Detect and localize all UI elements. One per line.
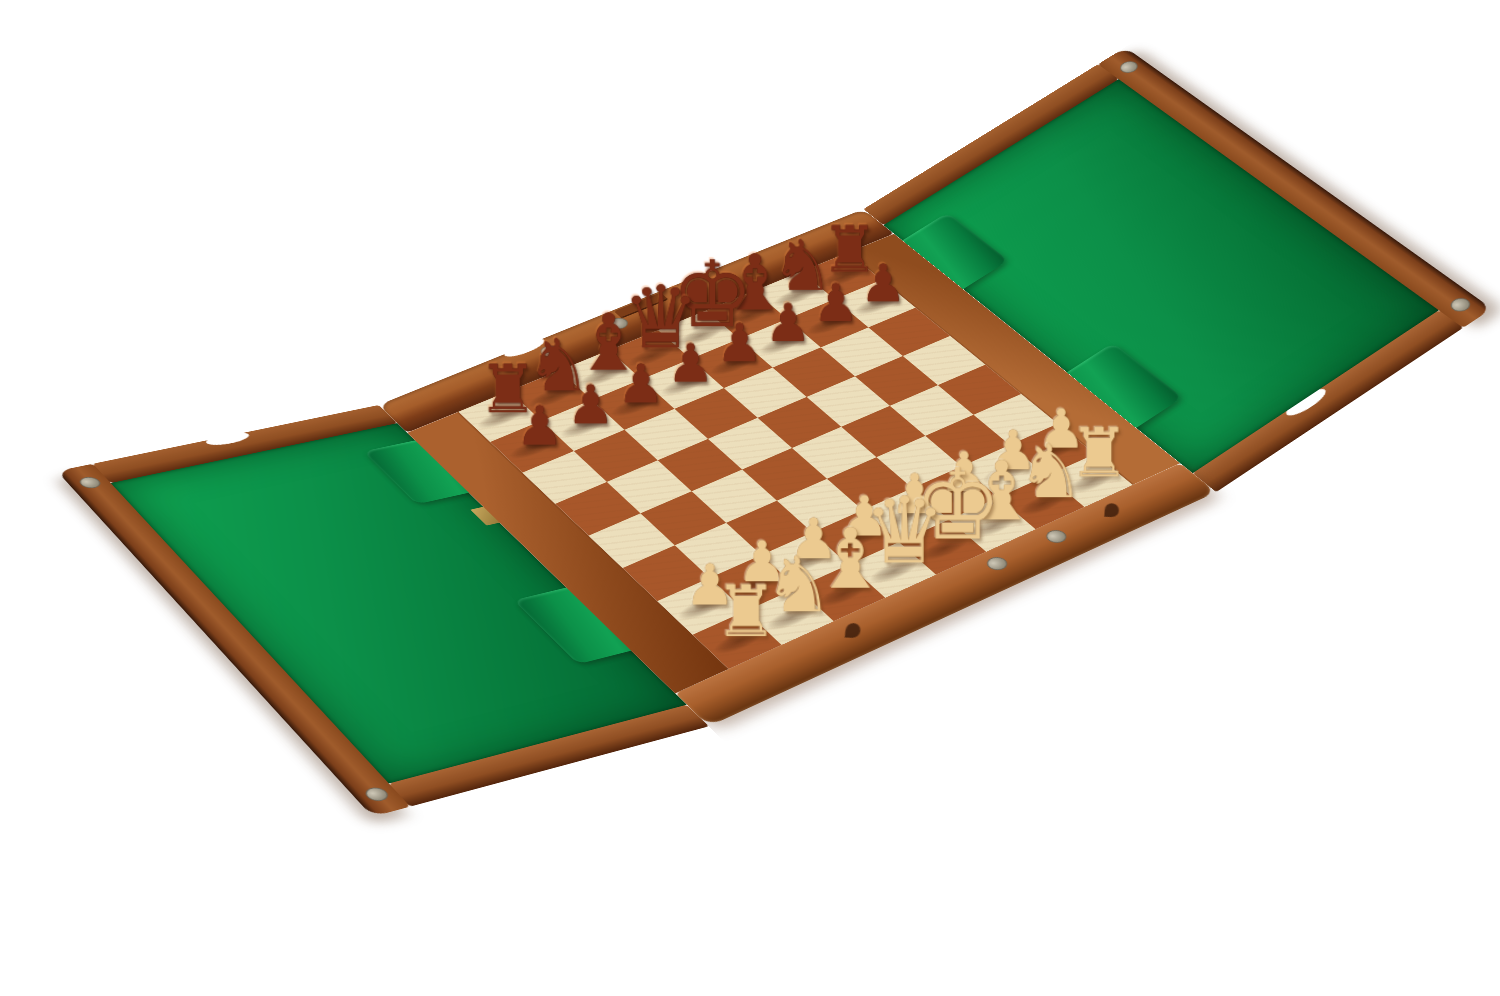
right-lid-flap xyxy=(863,47,1492,492)
wood-knot xyxy=(845,623,861,639)
product-photo-canvas: { "title": "Wooden folding magnetic trav… xyxy=(0,0,1500,996)
chess-piece-white-rook[interactable]: ♜ xyxy=(707,570,785,648)
photo-viewport: ♜♞♝♛♚♝♞♜♟♟♟♟♟♟♟♟♟♟♟♟♟♟♟♟♜♞♝♛♚♝♞♜ xyxy=(0,0,1500,996)
magnet-disc xyxy=(983,555,1011,573)
magnet-disc xyxy=(1042,528,1070,546)
box-plane: ♜♞♝♛♚♝♞♜♟♟♟♟♟♟♟♟♟♟♟♟♟♟♟♟♜♞♝♛♚♝♞♜ xyxy=(56,100,1494,885)
wood-knot xyxy=(1104,503,1119,518)
rook-glyph: ♜ xyxy=(707,577,785,648)
chess-piece-black-pawn[interactable]: ♟ xyxy=(503,393,577,454)
pawn-glyph: ♟ xyxy=(503,399,577,453)
